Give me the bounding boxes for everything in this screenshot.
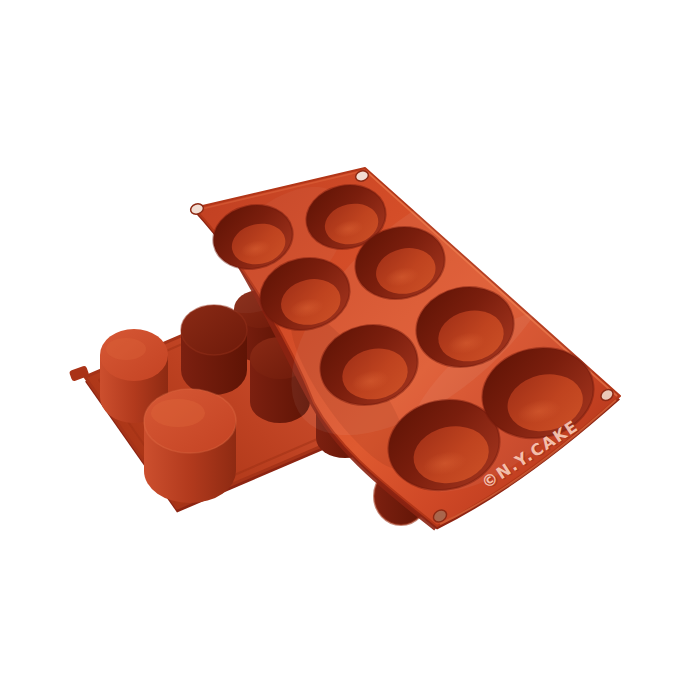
cylinder-bump-shadowed <box>181 305 247 395</box>
photo-canvas: ©N.Y.CAKE ©N.Y.CAKE <box>0 0 700 700</box>
product-photo: ©N.Y.CAKE ©N.Y.CAKE <box>0 0 700 700</box>
cylinder-bump-lit-large <box>144 389 236 503</box>
